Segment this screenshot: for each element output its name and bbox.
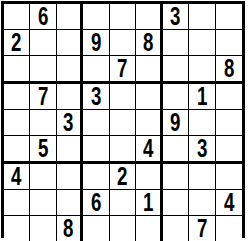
cell-r1c3[interactable] xyxy=(57,4,83,30)
cell-r4c4: 3 xyxy=(83,84,109,110)
cell-r3c6[interactable] xyxy=(136,56,162,84)
cell-r3c1[interactable] xyxy=(4,56,30,84)
cell-r6c5[interactable] xyxy=(110,136,136,164)
cell-r6c6: 4 xyxy=(136,136,162,164)
cell-r5c4[interactable] xyxy=(83,110,109,136)
cell-r3c3[interactable] xyxy=(57,56,83,84)
given-digit: 8 xyxy=(63,215,73,241)
given-digit: 6 xyxy=(91,189,101,215)
cell-r8c6: 1 xyxy=(136,190,162,216)
given-digit: 4 xyxy=(12,163,22,189)
cell-r9c7[interactable] xyxy=(163,216,189,241)
cell-r3c7[interactable] xyxy=(163,56,189,84)
cell-r6c7[interactable] xyxy=(163,136,189,164)
given-digit: 3 xyxy=(63,109,73,135)
cell-r5c3: 3 xyxy=(57,110,83,136)
cell-r5c5[interactable] xyxy=(110,110,136,136)
cell-r9c3: 8 xyxy=(57,216,83,241)
given-digit: 2 xyxy=(117,163,127,189)
cell-r5c1[interactable] xyxy=(4,110,30,136)
cell-r9c4[interactable] xyxy=(83,216,109,241)
cell-r5c9[interactable] xyxy=(216,110,242,136)
cell-r7c2[interactable] xyxy=(30,164,56,190)
cell-r6c2: 5 xyxy=(30,136,56,164)
cell-r2c1: 2 xyxy=(4,30,30,56)
cell-r4c5[interactable] xyxy=(110,84,136,110)
sudoku-board: 6329878731395434261487 xyxy=(1,1,245,238)
cell-r9c9[interactable] xyxy=(216,216,242,241)
cell-r2c3[interactable] xyxy=(57,30,83,56)
given-digit: 4 xyxy=(143,135,153,161)
given-digit: 8 xyxy=(224,55,234,81)
given-digit: 1 xyxy=(197,83,207,109)
cell-r3c4[interactable] xyxy=(83,56,109,84)
cell-r7c1: 4 xyxy=(4,164,30,190)
given-digit: 1 xyxy=(143,189,153,215)
cell-r4c8: 1 xyxy=(189,84,215,110)
given-digit: 7 xyxy=(117,55,127,81)
cell-r1c9[interactable] xyxy=(216,4,242,30)
cell-r9c1[interactable] xyxy=(4,216,30,241)
cell-r9c5[interactable] xyxy=(110,216,136,241)
given-digit: 3 xyxy=(197,135,207,161)
cell-r6c9[interactable] xyxy=(216,136,242,164)
given-digit: 7 xyxy=(38,83,48,109)
cell-r5c7: 9 xyxy=(163,110,189,136)
cell-r7c7[interactable] xyxy=(163,164,189,190)
cell-r4c2: 7 xyxy=(30,84,56,110)
cell-r7c5: 2 xyxy=(110,164,136,190)
cell-r8c4: 6 xyxy=(83,190,109,216)
cell-r4c6[interactable] xyxy=(136,84,162,110)
cell-r8c5[interactable] xyxy=(110,190,136,216)
cell-r3c8[interactable] xyxy=(189,56,215,84)
cell-r2c7[interactable] xyxy=(163,30,189,56)
cell-r6c3[interactable] xyxy=(57,136,83,164)
cell-r1c2: 6 xyxy=(30,4,56,30)
cell-r4c1[interactable] xyxy=(4,84,30,110)
cell-r1c8[interactable] xyxy=(189,4,215,30)
cell-r9c8: 7 xyxy=(189,216,215,241)
cell-r2c8[interactable] xyxy=(189,30,215,56)
given-digit: 5 xyxy=(38,135,48,161)
cell-r7c3[interactable] xyxy=(57,164,83,190)
cell-r9c6[interactable] xyxy=(136,216,162,241)
cell-r2c4: 9 xyxy=(83,30,109,56)
given-digit: 8 xyxy=(143,29,153,55)
given-digit: 9 xyxy=(170,109,180,135)
cell-r1c7: 3 xyxy=(163,4,189,30)
cell-r6c8: 3 xyxy=(189,136,215,164)
cell-r8c7[interactable] xyxy=(163,190,189,216)
cell-r7c8[interactable] xyxy=(189,164,215,190)
given-digit: 2 xyxy=(12,29,22,55)
cell-r2c2[interactable] xyxy=(30,30,56,56)
cell-r8c9: 4 xyxy=(216,190,242,216)
cell-r1c5[interactable] xyxy=(110,4,136,30)
cell-r8c2[interactable] xyxy=(30,190,56,216)
cell-r9c2[interactable] xyxy=(30,216,56,241)
given-digit: 4 xyxy=(224,189,234,215)
given-digit: 9 xyxy=(91,29,101,55)
given-digit: 3 xyxy=(91,83,101,109)
cell-r3c9: 8 xyxy=(216,56,242,84)
cell-r3c2[interactable] xyxy=(30,56,56,84)
cell-r6c1[interactable] xyxy=(4,136,30,164)
given-digit: 6 xyxy=(38,3,48,29)
cell-r8c1[interactable] xyxy=(4,190,30,216)
given-digit: 3 xyxy=(170,3,180,29)
cell-r6c4[interactable] xyxy=(83,136,109,164)
cell-r4c9[interactable] xyxy=(216,84,242,110)
cell-r3c5: 7 xyxy=(110,56,136,84)
cell-r2c6: 8 xyxy=(136,30,162,56)
page: 6329878731395434261487 xyxy=(0,0,250,238)
given-digit: 7 xyxy=(197,215,207,241)
